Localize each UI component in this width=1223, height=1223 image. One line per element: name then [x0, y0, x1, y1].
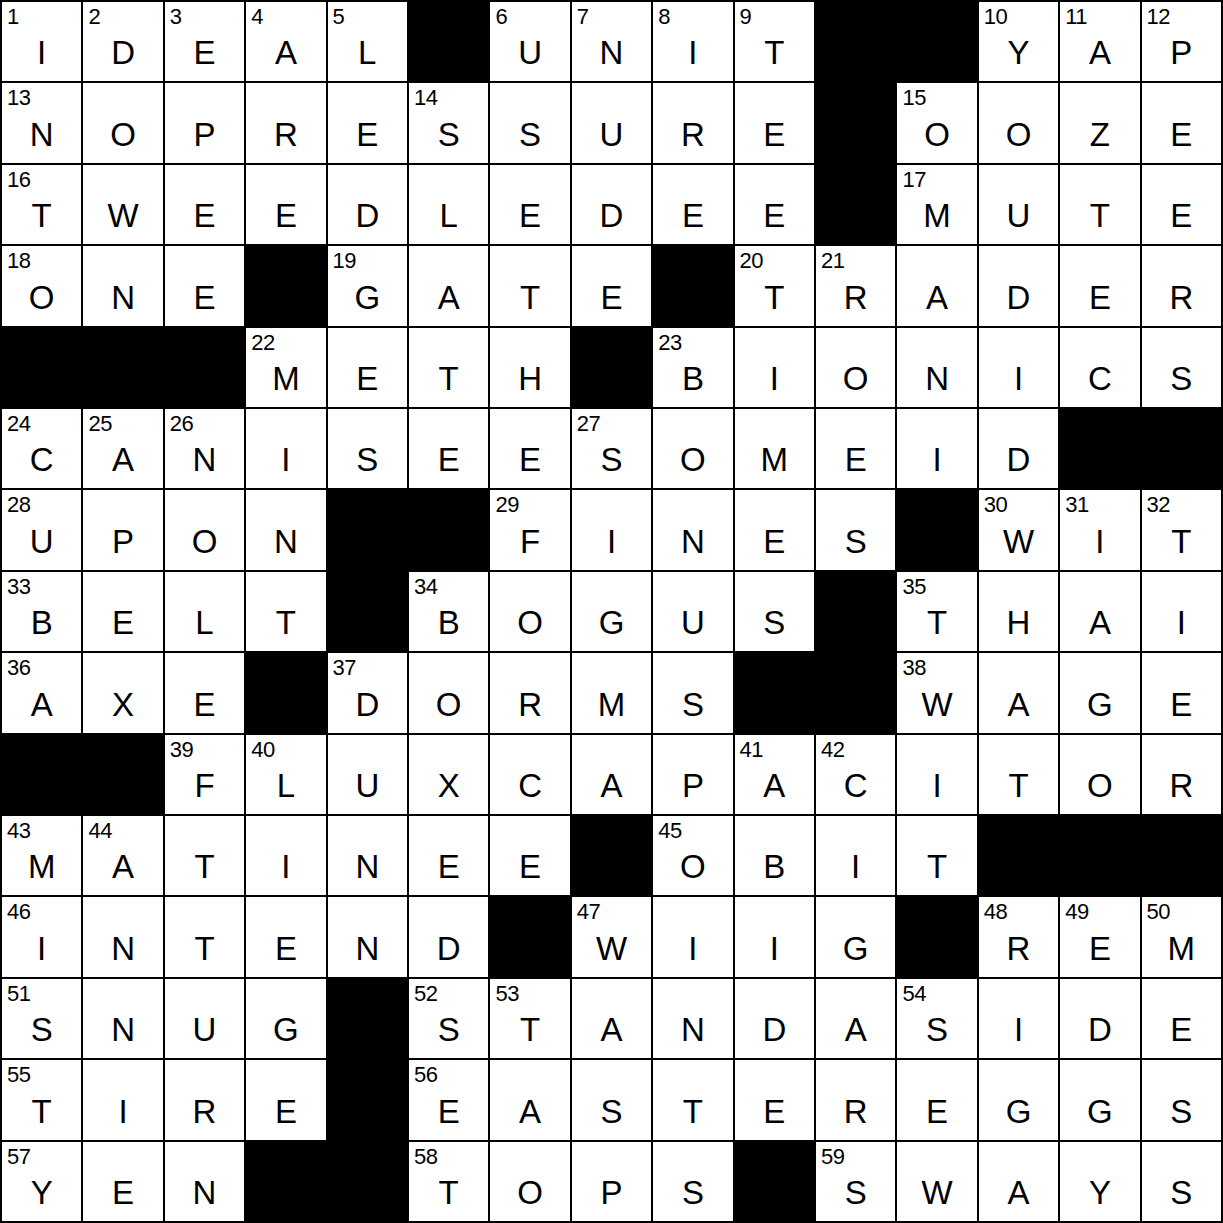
cell-r8c6[interactable]: 34B: [409, 572, 488, 651]
cell-r2c2[interactable]: O: [83, 83, 162, 162]
cell-r2c1[interactable]: 13N: [2, 83, 81, 162]
cell-r4c6[interactable]: A: [409, 246, 488, 325]
cell-letter: P: [83, 525, 162, 558]
cell-letter: C: [1060, 362, 1139, 395]
cell-r1c9[interactable]: 8I: [653, 2, 732, 81]
cell-letter: O: [816, 362, 895, 395]
cell-r8c9[interactable]: U: [653, 572, 732, 651]
cell-r11c11[interactable]: I: [816, 816, 895, 895]
clue-number: 34: [414, 574, 437, 599]
block-r5c3: [165, 328, 244, 407]
cell-r7c7[interactable]: 29F: [490, 490, 569, 569]
cell-r15c1[interactable]: 57Y: [2, 1142, 81, 1221]
cell-letter: A: [735, 769, 814, 802]
cell-letter: O: [83, 118, 162, 151]
cell-r3c10[interactable]: E: [735, 165, 814, 244]
cell-r15c2[interactable]: E: [83, 1142, 162, 1221]
cell-r14c4[interactable]: E: [246, 1060, 325, 1139]
cell-r4c1[interactable]: 18O: [2, 246, 81, 325]
cell-r12c10[interactable]: I: [735, 897, 814, 976]
clue-number: 43: [7, 818, 30, 843]
cell-r9c13[interactable]: A: [979, 653, 1058, 732]
cell-r6c3[interactable]: 26N: [165, 409, 244, 488]
cell-r6c1[interactable]: 24C: [2, 409, 81, 488]
clue-number: 14: [414, 85, 437, 110]
cell-r3c8[interactable]: D: [572, 165, 651, 244]
cell-r5c11[interactable]: O: [816, 328, 895, 407]
cell-r10c12[interactable]: I: [897, 735, 976, 814]
cell-r5c14[interactable]: C: [1060, 328, 1139, 407]
cell-r15c3[interactable]: N: [165, 1142, 244, 1221]
cell-letter: N: [83, 281, 162, 314]
cell-letter: A: [409, 281, 488, 314]
clue-number: 4: [251, 4, 263, 29]
cell-r3c5[interactable]: D: [328, 165, 407, 244]
clue-number: 42: [821, 737, 844, 762]
block-r9c4: [246, 653, 325, 732]
clue-number: 19: [333, 248, 356, 273]
cell-r4c11[interactable]: 21R: [816, 246, 895, 325]
cell-r10c7[interactable]: C: [490, 735, 569, 814]
cell-letter: W: [897, 688, 976, 721]
cell-r9c7[interactable]: R: [490, 653, 569, 732]
cell-r6c4[interactable]: I: [246, 409, 325, 488]
block-r5c2: [83, 328, 162, 407]
cell-r1c14[interactable]: 11A: [1060, 2, 1139, 81]
cell-r13c7[interactable]: 53T: [490, 979, 569, 1058]
cell-r14c1[interactable]: 55T: [2, 1060, 81, 1139]
cell-r13c11[interactable]: A: [816, 979, 895, 1058]
cell-r1c15[interactable]: 12P: [1142, 2, 1221, 81]
cell-r9c9[interactable]: S: [653, 653, 732, 732]
cell-letter: D: [735, 1013, 814, 1046]
cell-r6c2[interactable]: 25A: [83, 409, 162, 488]
cell-letter: X: [409, 769, 488, 802]
cell-r1c8[interactable]: 7N: [572, 2, 651, 81]
cell-letter: E: [653, 199, 732, 232]
cell-r9c14[interactable]: G: [1060, 653, 1139, 732]
block-r12c7: [490, 897, 569, 976]
cell-r4c5[interactable]: 19G: [328, 246, 407, 325]
cell-r4c2[interactable]: N: [83, 246, 162, 325]
cell-r8c7[interactable]: O: [490, 572, 569, 651]
cell-r11c5[interactable]: N: [328, 816, 407, 895]
cell-r14c8[interactable]: S: [572, 1060, 651, 1139]
cell-r2c6[interactable]: 14S: [409, 83, 488, 162]
block-r5c8: [572, 328, 651, 407]
cell-r6c11[interactable]: E: [816, 409, 895, 488]
cell-letter: N: [83, 932, 162, 965]
cell-r6c8[interactable]: 27S: [572, 409, 651, 488]
cell-r6c5[interactable]: S: [328, 409, 407, 488]
clue-number: 17: [902, 167, 925, 192]
cell-r12c13[interactable]: 48R: [979, 897, 1058, 976]
cell-r6c9[interactable]: O: [653, 409, 732, 488]
cell-r7c4[interactable]: N: [246, 490, 325, 569]
cell-r1c10[interactable]: 9T: [735, 2, 814, 81]
cell-letter: A: [1060, 36, 1139, 69]
cell-r15c13[interactable]: A: [979, 1142, 1058, 1221]
clue-number: 46: [7, 899, 30, 924]
clue-number: 25: [88, 411, 111, 436]
block-r3c11: [816, 165, 895, 244]
cell-letter: O: [409, 688, 488, 721]
cell-r2c12[interactable]: 15O: [897, 83, 976, 162]
cell-r13c8[interactable]: A: [572, 979, 651, 1058]
cell-r11c1[interactable]: 43M: [2, 816, 81, 895]
cell-letter: N: [328, 932, 407, 965]
cell-r14c13[interactable]: G: [979, 1060, 1058, 1139]
cell-r11c3[interactable]: T: [165, 816, 244, 895]
cell-letter: E: [246, 932, 325, 965]
cell-r10c10[interactable]: 41A: [735, 735, 814, 814]
cell-letter: O: [979, 118, 1058, 151]
cell-r5c7[interactable]: H: [490, 328, 569, 407]
cell-r2c3[interactable]: P: [165, 83, 244, 162]
cell-r8c14[interactable]: A: [1060, 572, 1139, 651]
cell-r9c6[interactable]: O: [409, 653, 488, 732]
cell-r1c4[interactable]: 4A: [246, 2, 325, 81]
cell-r2c7[interactable]: S: [490, 83, 569, 162]
cell-r10c13[interactable]: T: [979, 735, 1058, 814]
cell-r7c1[interactable]: 28U: [2, 490, 81, 569]
cell-r3c6[interactable]: L: [409, 165, 488, 244]
cell-r8c1[interactable]: 33B: [2, 572, 81, 651]
cell-letter: T: [979, 769, 1058, 802]
block-r11c13: [979, 816, 1058, 895]
cell-r8c10[interactable]: S: [735, 572, 814, 651]
cell-letter: U: [572, 118, 651, 151]
cell-r13c10[interactable]: D: [735, 979, 814, 1058]
cell-letter: E: [735, 1095, 814, 1128]
cell-r14c10[interactable]: E: [735, 1060, 814, 1139]
cell-r7c13[interactable]: 30W: [979, 490, 1058, 569]
cell-r1c1[interactable]: 1I: [2, 2, 81, 81]
cell-r8c3[interactable]: L: [165, 572, 244, 651]
cell-r6c6[interactable]: E: [409, 409, 488, 488]
cell-letter: D: [409, 932, 488, 965]
cell-r13c15[interactable]: E: [1142, 979, 1221, 1058]
clue-number: 26: [170, 411, 193, 436]
cell-r3c15[interactable]: E: [1142, 165, 1221, 244]
cell-letter: N: [165, 1176, 244, 1209]
cell-r1c7[interactable]: 6U: [490, 2, 569, 81]
cell-r6c10[interactable]: M: [735, 409, 814, 488]
cell-r8c4[interactable]: T: [246, 572, 325, 651]
cell-letter: M: [1142, 932, 1221, 965]
cell-r15c14[interactable]: Y: [1060, 1142, 1139, 1221]
cell-r4c13[interactable]: D: [979, 246, 1058, 325]
cell-r14c11[interactable]: R: [816, 1060, 895, 1139]
cell-r3c14[interactable]: T: [1060, 165, 1139, 244]
cell-r5c12[interactable]: N: [897, 328, 976, 407]
cell-r11c10[interactable]: B: [735, 816, 814, 895]
cell-r2c15[interactable]: E: [1142, 83, 1221, 162]
cell-r2c5[interactable]: E: [328, 83, 407, 162]
cell-r4c12[interactable]: A: [897, 246, 976, 325]
cell-r7c11[interactable]: S: [816, 490, 895, 569]
cell-r12c5[interactable]: N: [328, 897, 407, 976]
cell-letter: S: [328, 443, 407, 476]
cell-r12c1[interactable]: 46I: [2, 897, 81, 976]
clue-number: 10: [984, 4, 1007, 29]
cell-letter: W: [979, 525, 1058, 558]
cell-r13c6[interactable]: 52S: [409, 979, 488, 1058]
cell-r3c4[interactable]: E: [246, 165, 325, 244]
cell-r1c3[interactable]: 3E: [165, 2, 244, 81]
cell-r10c9[interactable]: P: [653, 735, 732, 814]
block-r11c15: [1142, 816, 1221, 895]
cell-r14c6[interactable]: 56E: [409, 1060, 488, 1139]
cell-r13c9[interactable]: N: [653, 979, 732, 1058]
cell-letter: A: [572, 769, 651, 802]
block-r9c10: [735, 653, 814, 732]
cell-r10c8[interactable]: A: [572, 735, 651, 814]
block-r14c5: [328, 1060, 407, 1139]
cell-r4c10[interactable]: 20T: [735, 246, 814, 325]
cell-r3c2[interactable]: W: [83, 165, 162, 244]
cell-r5c6[interactable]: T: [409, 328, 488, 407]
cell-letter: N: [83, 1013, 162, 1046]
cell-r3c13[interactable]: U: [979, 165, 1058, 244]
cell-r12c14[interactable]: 49E: [1060, 897, 1139, 976]
clue-number: 50: [1147, 899, 1170, 924]
cell-letter: W: [83, 199, 162, 232]
cell-r14c12[interactable]: E: [897, 1060, 976, 1139]
clue-number: 41: [740, 737, 763, 762]
clue-number: 27: [577, 411, 600, 436]
cell-r11c6[interactable]: E: [409, 816, 488, 895]
cell-r12c8[interactable]: 47W: [572, 897, 651, 976]
cell-r13c13[interactable]: I: [979, 979, 1058, 1058]
cell-r8c8[interactable]: G: [572, 572, 651, 651]
clue-number: 16: [7, 167, 30, 192]
cell-letter: S: [572, 443, 651, 476]
cell-letter: E: [572, 281, 651, 314]
cell-r14c7[interactable]: A: [490, 1060, 569, 1139]
cell-letter: P: [165, 118, 244, 151]
cell-r9c8[interactable]: M: [572, 653, 651, 732]
cell-letter: R: [816, 281, 895, 314]
cell-r15c15[interactable]: S: [1142, 1142, 1221, 1221]
cell-r1c13[interactable]: 10Y: [979, 2, 1058, 81]
cell-r4c7[interactable]: T: [490, 246, 569, 325]
cell-r12c9[interactable]: I: [653, 897, 732, 976]
cell-r15c6[interactable]: 58T: [409, 1142, 488, 1221]
cell-r1c5[interactable]: 5L: [328, 2, 407, 81]
cell-r10c15[interactable]: R: [1142, 735, 1221, 814]
clue-number: 18: [7, 248, 30, 273]
cell-letter: R: [1142, 281, 1221, 314]
cell-letter: L: [409, 199, 488, 232]
cell-r2c9[interactable]: R: [653, 83, 732, 162]
cell-r11c4[interactable]: I: [246, 816, 325, 895]
cell-letter: E: [735, 199, 814, 232]
cell-r4c15[interactable]: R: [1142, 246, 1221, 325]
cell-r7c3[interactable]: O: [165, 490, 244, 569]
cell-r5c15[interactable]: S: [1142, 328, 1221, 407]
cell-letter: E: [409, 1095, 488, 1128]
cell-r12c3[interactable]: T: [165, 897, 244, 976]
cell-r3c12[interactable]: 17M: [897, 165, 976, 244]
cell-r13c2[interactable]: N: [83, 979, 162, 1058]
clue-number: 51: [7, 981, 30, 1006]
cell-r13c14[interactable]: D: [1060, 979, 1139, 1058]
cell-r4c14[interactable]: E: [1060, 246, 1139, 325]
cell-r12c2[interactable]: N: [83, 897, 162, 976]
cell-r9c12[interactable]: 38W: [897, 653, 976, 732]
cell-r9c3[interactable]: E: [165, 653, 244, 732]
cell-r5c5[interactable]: E: [328, 328, 407, 407]
cell-r6c7[interactable]: E: [490, 409, 569, 488]
block-r8c5: [328, 572, 407, 651]
cell-r5c13[interactable]: I: [979, 328, 1058, 407]
cell-r9c5[interactable]: 37D: [328, 653, 407, 732]
cell-letter: A: [572, 1013, 651, 1046]
cell-r13c12[interactable]: 54S: [897, 979, 976, 1058]
cell-r5c4[interactable]: 22M: [246, 328, 325, 407]
cell-letter: E: [1142, 1013, 1221, 1046]
cell-r12c15[interactable]: 50M: [1142, 897, 1221, 976]
cell-r8c15[interactable]: I: [1142, 572, 1221, 651]
block-r12c12: [897, 897, 976, 976]
cell-letter: T: [653, 1095, 732, 1128]
cell-letter: S: [409, 1013, 488, 1046]
cell-letter: O: [653, 850, 732, 883]
cell-letter: R: [165, 1095, 244, 1128]
cell-letter: N: [2, 118, 81, 151]
cell-r10c4[interactable]: 40L: [246, 735, 325, 814]
cell-r3c3[interactable]: E: [165, 165, 244, 244]
cell-r2c10[interactable]: E: [735, 83, 814, 162]
cell-r1c2[interactable]: 2D: [83, 2, 162, 81]
cell-r11c2[interactable]: 44A: [83, 816, 162, 895]
clue-number: 59: [821, 1144, 844, 1169]
cell-r5c9[interactable]: 23B: [653, 328, 732, 407]
cell-r7c15[interactable]: 32T: [1142, 490, 1221, 569]
cell-r5c10[interactable]: I: [735, 328, 814, 407]
cell-r14c3[interactable]: R: [165, 1060, 244, 1139]
clue-number: 2: [88, 4, 100, 29]
cell-letter: F: [490, 525, 569, 558]
clue-number: 9: [740, 4, 752, 29]
cell-letter: U: [328, 769, 407, 802]
cell-r12c4[interactable]: E: [246, 897, 325, 976]
cell-r14c14[interactable]: G: [1060, 1060, 1139, 1139]
clue-number: 32: [1147, 492, 1170, 517]
cell-r15c11[interactable]: 59S: [816, 1142, 895, 1221]
cell-r15c8[interactable]: P: [572, 1142, 651, 1221]
cell-letter: D: [83, 36, 162, 69]
cell-r11c12[interactable]: T: [897, 816, 976, 895]
cell-r8c13[interactable]: H: [979, 572, 1058, 651]
cell-r8c2[interactable]: E: [83, 572, 162, 651]
cell-r2c14[interactable]: Z: [1060, 83, 1139, 162]
cell-r4c8[interactable]: E: [572, 246, 651, 325]
cell-r13c3[interactable]: U: [165, 979, 244, 1058]
cell-r13c4[interactable]: G: [246, 979, 325, 1058]
cell-r6c13[interactable]: D: [979, 409, 1058, 488]
block-r10c1: [2, 735, 81, 814]
cell-r3c9[interactable]: E: [653, 165, 732, 244]
clue-number: 54: [902, 981, 925, 1006]
cell-letter: N: [328, 850, 407, 883]
cell-r2c4[interactable]: R: [246, 83, 325, 162]
cell-r12c6[interactable]: D: [409, 897, 488, 976]
cell-letter: M: [735, 443, 814, 476]
cell-r15c9[interactable]: S: [653, 1142, 732, 1221]
cell-r9c15[interactable]: E: [1142, 653, 1221, 732]
cell-r10c6[interactable]: X: [409, 735, 488, 814]
cell-letter: N: [653, 1013, 732, 1046]
cell-letter: I: [897, 443, 976, 476]
cell-letter: T: [165, 850, 244, 883]
clue-number: 8: [658, 4, 670, 29]
cell-r9c1[interactable]: 36A: [2, 653, 81, 732]
cell-r10c3[interactable]: 39F: [165, 735, 244, 814]
cell-letter: R: [1142, 769, 1221, 802]
cell-r9c2[interactable]: X: [83, 653, 162, 732]
block-r11c14: [1060, 816, 1139, 895]
cell-letter: A: [897, 281, 976, 314]
cell-r14c15[interactable]: S: [1142, 1060, 1221, 1139]
cell-r6c12[interactable]: I: [897, 409, 976, 488]
cell-letter: Y: [979, 36, 1058, 69]
clue-number: 22: [251, 330, 274, 355]
cell-r2c8[interactable]: U: [572, 83, 651, 162]
cell-r15c7[interactable]: O: [490, 1142, 569, 1221]
clue-number: 6: [495, 4, 507, 29]
cell-r7c14[interactable]: 31I: [1060, 490, 1139, 569]
cell-letter: U: [979, 199, 1058, 232]
cell-letter: A: [2, 688, 81, 721]
cell-r7c10[interactable]: E: [735, 490, 814, 569]
cell-r12c11[interactable]: G: [816, 897, 895, 976]
cell-r7c9[interactable]: N: [653, 490, 732, 569]
cell-r3c7[interactable]: E: [490, 165, 569, 244]
cell-r14c2[interactable]: I: [83, 1060, 162, 1139]
cell-letter: E: [1142, 199, 1221, 232]
cell-letter: E: [83, 606, 162, 639]
clue-number: 38: [902, 655, 925, 680]
cell-r4c3[interactable]: E: [165, 246, 244, 325]
cell-letter: B: [653, 362, 732, 395]
cell-r13c1[interactable]: 51S: [2, 979, 81, 1058]
cell-r10c14[interactable]: O: [1060, 735, 1139, 814]
cell-letter: N: [246, 525, 325, 558]
clue-number: 28: [7, 492, 30, 517]
cell-r10c5[interactable]: U: [328, 735, 407, 814]
cell-letter: F: [165, 769, 244, 802]
cell-letter: B: [409, 606, 488, 639]
cell-r3c1[interactable]: 16T: [2, 165, 81, 244]
cell-r15c12[interactable]: W: [897, 1142, 976, 1221]
cell-r8c12[interactable]: 35T: [897, 572, 976, 651]
cell-r11c7[interactable]: E: [490, 816, 569, 895]
cell-r7c8[interactable]: I: [572, 490, 651, 569]
cell-letter: D: [979, 443, 1058, 476]
block-r13c5: [328, 979, 407, 1058]
cell-r7c2[interactable]: P: [83, 490, 162, 569]
cell-letter: I: [979, 1013, 1058, 1046]
cell-r10c11[interactable]: 42C: [816, 735, 895, 814]
cell-letter: R: [246, 118, 325, 151]
cell-letter: R: [816, 1095, 895, 1128]
cell-r11c9[interactable]: 45O: [653, 816, 732, 895]
cell-r2c13[interactable]: O: [979, 83, 1058, 162]
cell-r14c9[interactable]: T: [653, 1060, 732, 1139]
cell-letter: O: [653, 443, 732, 476]
